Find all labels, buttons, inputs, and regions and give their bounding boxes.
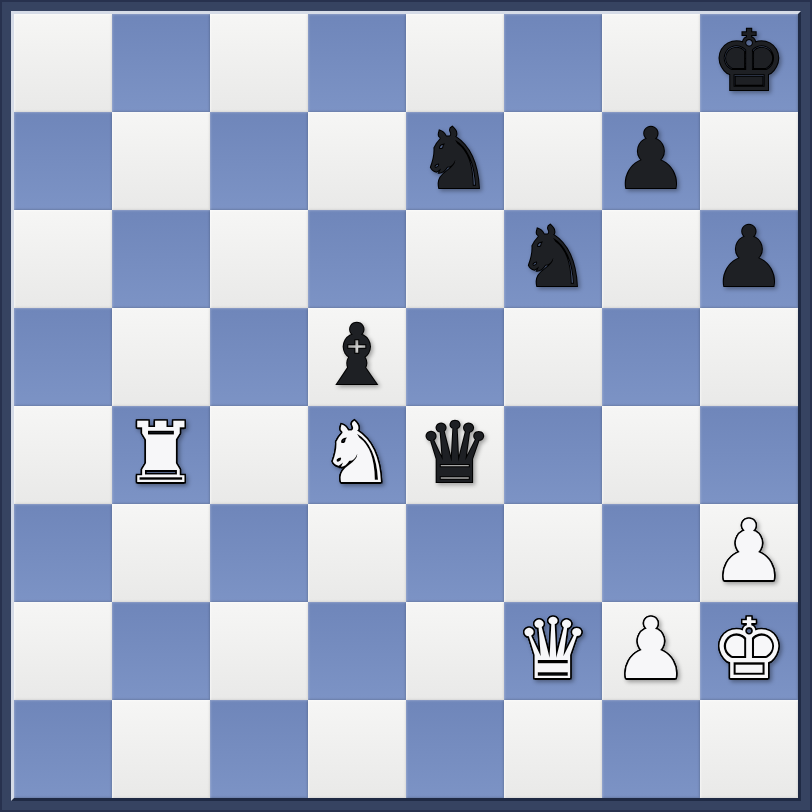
piece-black-pawn-h6[interactable]: ♟ [711, 215, 786, 299]
square-g6[interactable] [602, 210, 700, 308]
board-bevel: ♚♞♟♞♟♝♜♞♛♟♛♟♚ [11, 11, 801, 801]
square-e4[interactable]: ♛ [406, 406, 504, 504]
square-c6[interactable] [210, 210, 308, 308]
square-c1[interactable] [210, 700, 308, 798]
square-f4[interactable] [504, 406, 602, 504]
square-e5[interactable] [406, 308, 504, 406]
piece-black-pawn-g7[interactable]: ♟ [613, 117, 688, 201]
square-f7[interactable] [504, 112, 602, 210]
square-a2[interactable] [14, 602, 112, 700]
square-a8[interactable] [14, 14, 112, 112]
square-a7[interactable] [14, 112, 112, 210]
square-c2[interactable] [210, 602, 308, 700]
square-b5[interactable] [112, 308, 210, 406]
square-c7[interactable] [210, 112, 308, 210]
square-f2[interactable]: ♛ [504, 602, 602, 700]
square-h4[interactable] [700, 406, 798, 504]
square-d8[interactable] [308, 14, 406, 112]
square-a3[interactable] [14, 504, 112, 602]
square-b1[interactable] [112, 700, 210, 798]
square-d7[interactable] [308, 112, 406, 210]
piece-white-queen-f2[interactable]: ♛ [515, 607, 590, 691]
square-g3[interactable] [602, 504, 700, 602]
square-f1[interactable] [504, 700, 602, 798]
piece-black-king-h8[interactable]: ♚ [711, 19, 786, 103]
square-f3[interactable] [504, 504, 602, 602]
square-e7[interactable]: ♞ [406, 112, 504, 210]
square-h8[interactable]: ♚ [700, 14, 798, 112]
square-f5[interactable] [504, 308, 602, 406]
piece-white-pawn-h3[interactable]: ♟ [711, 509, 786, 593]
square-e1[interactable] [406, 700, 504, 798]
square-a1[interactable] [14, 700, 112, 798]
square-h5[interactable] [700, 308, 798, 406]
square-d5[interactable]: ♝ [308, 308, 406, 406]
square-d4[interactable]: ♞ [308, 406, 406, 504]
square-d6[interactable] [308, 210, 406, 308]
chess-board: ♚♞♟♞♟♝♜♞♛♟♛♟♚ [14, 14, 798, 798]
square-d3[interactable] [308, 504, 406, 602]
square-b4[interactable]: ♜ [112, 406, 210, 504]
square-g8[interactable] [602, 14, 700, 112]
piece-white-rook-b4[interactable]: ♜ [123, 411, 198, 495]
square-h1[interactable] [700, 700, 798, 798]
piece-white-pawn-g2[interactable]: ♟ [613, 607, 688, 691]
square-e3[interactable] [406, 504, 504, 602]
square-d1[interactable] [308, 700, 406, 798]
square-b7[interactable] [112, 112, 210, 210]
piece-black-queen-e4[interactable]: ♛ [417, 411, 492, 495]
square-b8[interactable] [112, 14, 210, 112]
board-frame: ♚♞♟♞♟♝♜♞♛♟♛♟♚ [0, 0, 812, 812]
piece-black-knight-f6[interactable]: ♞ [515, 215, 590, 299]
square-c5[interactable] [210, 308, 308, 406]
piece-black-bishop-d5[interactable]: ♝ [319, 313, 394, 397]
square-g7[interactable]: ♟ [602, 112, 700, 210]
square-f8[interactable] [504, 14, 602, 112]
square-c4[interactable] [210, 406, 308, 504]
piece-white-king-h2[interactable]: ♚ [711, 607, 786, 691]
square-h6[interactable]: ♟ [700, 210, 798, 308]
square-b2[interactable] [112, 602, 210, 700]
square-d2[interactable] [308, 602, 406, 700]
square-a6[interactable] [14, 210, 112, 308]
square-g1[interactable] [602, 700, 700, 798]
square-c3[interactable] [210, 504, 308, 602]
square-a4[interactable] [14, 406, 112, 504]
square-e6[interactable] [406, 210, 504, 308]
square-h2[interactable]: ♚ [700, 602, 798, 700]
piece-white-knight-d4[interactable]: ♞ [319, 411, 394, 495]
square-g4[interactable] [602, 406, 700, 504]
square-f6[interactable]: ♞ [504, 210, 602, 308]
square-g5[interactable] [602, 308, 700, 406]
square-b6[interactable] [112, 210, 210, 308]
square-e8[interactable] [406, 14, 504, 112]
square-c8[interactable] [210, 14, 308, 112]
square-b3[interactable] [112, 504, 210, 602]
square-h3[interactable]: ♟ [700, 504, 798, 602]
square-h7[interactable] [700, 112, 798, 210]
square-g2[interactable]: ♟ [602, 602, 700, 700]
square-e2[interactable] [406, 602, 504, 700]
square-a5[interactable] [14, 308, 112, 406]
piece-black-knight-e7[interactable]: ♞ [417, 117, 492, 201]
